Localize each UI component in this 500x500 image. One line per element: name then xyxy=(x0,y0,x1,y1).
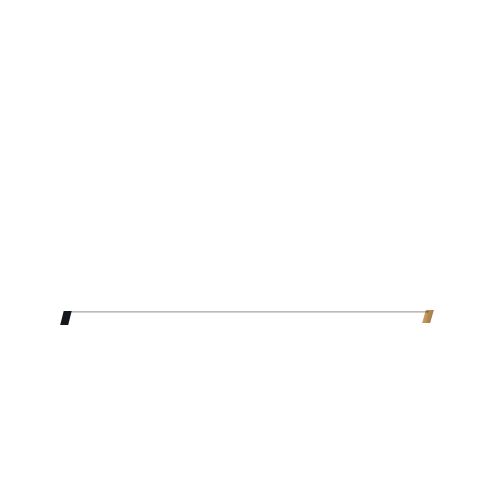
chessboard xyxy=(68,156,429,313)
product-photo xyxy=(0,0,500,500)
board-front-edge xyxy=(68,311,429,325)
